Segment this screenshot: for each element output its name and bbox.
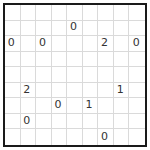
clue-cell-r3c7[interactable]: 2 — [98, 36, 114, 52]
cell-r9c1[interactable] — [5, 129, 21, 145]
cell-r9c4[interactable] — [52, 129, 68, 145]
cell-r3c2[interactable] — [21, 36, 37, 52]
cell-r4c9[interactable] — [129, 52, 145, 68]
cell-r7c9[interactable] — [129, 98, 145, 114]
cell-r5c3[interactable] — [36, 67, 52, 83]
cell-r2c3[interactable] — [36, 21, 52, 37]
cell-r2c7[interactable] — [98, 21, 114, 37]
cell-r6c6[interactable] — [83, 83, 99, 99]
cell-r1c1[interactable] — [5, 5, 21, 21]
cell-r6c9[interactable] — [129, 83, 145, 99]
cell-r4c2[interactable] — [21, 52, 37, 68]
cell-r6c4[interactable] — [52, 83, 68, 99]
clue-cell-r3c9[interactable]: 0 — [129, 36, 145, 52]
cell-r6c3[interactable] — [36, 83, 52, 99]
clue-cell-r7c6[interactable]: 1 — [83, 98, 99, 114]
cell-r1c8[interactable] — [114, 5, 130, 21]
cell-r9c8[interactable] — [114, 129, 130, 145]
cell-r3c6[interactable] — [83, 36, 99, 52]
cell-r2c6[interactable] — [83, 21, 99, 37]
cell-r8c9[interactable] — [129, 114, 145, 130]
cell-r2c1[interactable] — [5, 21, 21, 37]
cell-r8c5[interactable] — [67, 114, 83, 130]
cell-r7c7[interactable] — [98, 98, 114, 114]
cell-r5c1[interactable] — [5, 67, 21, 83]
cell-r2c2[interactable] — [21, 21, 37, 37]
clue-number: 0 — [8, 37, 15, 48]
cell-r4c5[interactable] — [67, 52, 83, 68]
clue-number: 0 — [101, 131, 108, 142]
clue-number: 0 — [39, 37, 46, 48]
cell-r1c5[interactable] — [67, 5, 83, 21]
cell-r5c9[interactable] — [129, 67, 145, 83]
cell-r5c8[interactable] — [114, 67, 130, 83]
cell-r9c9[interactable] — [129, 129, 145, 145]
cell-r8c1[interactable] — [5, 114, 21, 130]
clue-cell-r6c2[interactable]: 2 — [21, 83, 37, 99]
clue-number: 1 — [117, 84, 124, 95]
cell-r2c4[interactable] — [52, 21, 68, 37]
clue-cell-r8c2[interactable]: 0 — [21, 114, 37, 130]
cell-r4c8[interactable] — [114, 52, 130, 68]
cell-r3c4[interactable] — [52, 36, 68, 52]
cell-r7c1[interactable] — [5, 98, 21, 114]
clue-number: 0 — [23, 115, 30, 126]
cell-r1c7[interactable] — [98, 5, 114, 21]
cell-r7c8[interactable] — [114, 98, 130, 114]
cell-r2c9[interactable] — [129, 21, 145, 37]
puzzle-board: 00020210100 — [3, 3, 147, 147]
cell-r9c5[interactable] — [67, 129, 83, 145]
clue-cell-r3c1[interactable]: 0 — [5, 36, 21, 52]
cell-r8c8[interactable] — [114, 114, 130, 130]
clue-number: 0 — [133, 37, 140, 48]
cell-r4c3[interactable] — [36, 52, 52, 68]
cell-r4c7[interactable] — [98, 52, 114, 68]
clue-number: 0 — [54, 99, 61, 110]
cell-r6c5[interactable] — [67, 83, 83, 99]
cell-r5c5[interactable] — [67, 67, 83, 83]
cell-r1c2[interactable] — [21, 5, 37, 21]
clue-number: 0 — [70, 21, 77, 32]
cell-r1c9[interactable] — [129, 5, 145, 21]
cell-r9c2[interactable] — [21, 129, 37, 145]
cell-r3c8[interactable] — [114, 36, 130, 52]
cell-r4c1[interactable] — [5, 52, 21, 68]
clue-cell-r7c4[interactable]: 0 — [52, 98, 68, 114]
cell-r8c6[interactable] — [83, 114, 99, 130]
clue-number: 2 — [23, 84, 30, 95]
cell-r8c3[interactable] — [36, 114, 52, 130]
clue-number: 2 — [101, 37, 108, 48]
cell-r5c7[interactable] — [98, 67, 114, 83]
cell-r5c6[interactable] — [83, 67, 99, 83]
cell-r8c7[interactable] — [98, 114, 114, 130]
cell-r6c1[interactable] — [5, 83, 21, 99]
cell-r3c5[interactable] — [67, 36, 83, 52]
cell-r6c7[interactable] — [98, 83, 114, 99]
cell-r2c8[interactable] — [114, 21, 130, 37]
cell-r5c4[interactable] — [52, 67, 68, 83]
cell-r1c6[interactable] — [83, 5, 99, 21]
clue-cell-r6c8[interactable]: 1 — [114, 83, 130, 99]
clue-cell-r3c3[interactable]: 0 — [36, 36, 52, 52]
cell-r7c3[interactable] — [36, 98, 52, 114]
cell-r7c2[interactable] — [21, 98, 37, 114]
clue-cell-r9c7[interactable]: 0 — [98, 129, 114, 145]
cell-r9c3[interactable] — [36, 129, 52, 145]
cell-r1c4[interactable] — [52, 5, 68, 21]
cell-r7c5[interactable] — [67, 98, 83, 114]
cell-r9c6[interactable] — [83, 129, 99, 145]
cell-r4c6[interactable] — [83, 52, 99, 68]
clue-cell-r2c5[interactable]: 0 — [67, 21, 83, 37]
cell-r4c4[interactable] — [52, 52, 68, 68]
cell-r5c2[interactable] — [21, 67, 37, 83]
cell-r1c3[interactable] — [36, 5, 52, 21]
clue-number: 1 — [86, 99, 93, 110]
cell-r8c4[interactable] — [52, 114, 68, 130]
